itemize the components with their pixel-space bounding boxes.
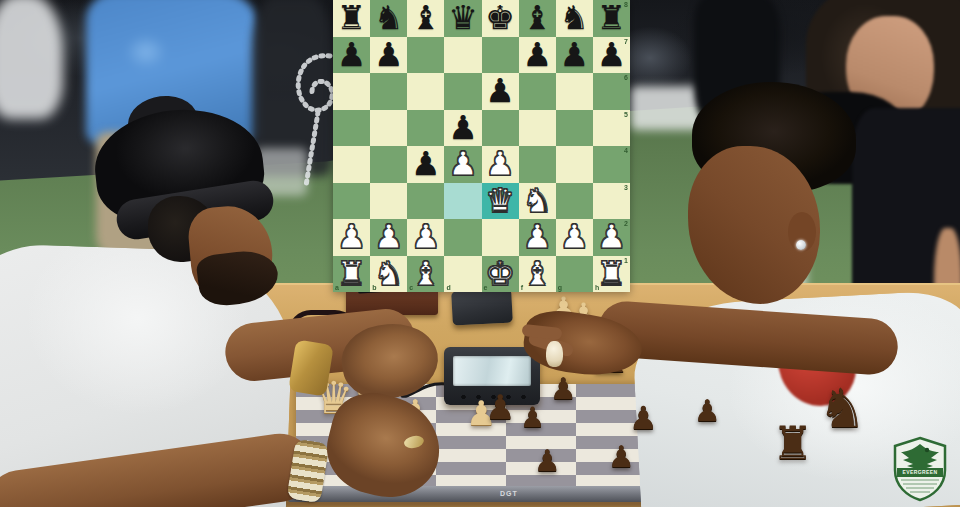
square-g4[interactable] [556, 146, 593, 183]
square-g1[interactable]: g [556, 256, 593, 293]
rank-label: 7 [624, 38, 628, 45]
square-a2[interactable]: ♟ [333, 219, 370, 256]
black-pawn: ♟ [448, 110, 478, 143]
square-h3[interactable]: 3 [593, 183, 630, 220]
square-d4[interactable]: ♟ [444, 146, 481, 183]
white-rook: ♜ [337, 256, 367, 289]
black-rook: ♜ [597, 1, 627, 34]
square-a1[interactable]: ♜a [333, 256, 370, 293]
square-e6[interactable]: ♟ [482, 73, 519, 110]
rank-label: 4 [624, 147, 628, 154]
square-b7[interactable]: ♟ [370, 37, 407, 74]
square-a3[interactable] [333, 183, 370, 220]
square-e2[interactable] [482, 219, 519, 256]
square-e3[interactable]: ♛ [482, 183, 519, 220]
white-pawn: ♟ [448, 147, 478, 180]
white-pawn: ♟ [597, 220, 627, 253]
square-a7[interactable]: ♟ [333, 37, 370, 74]
square-h4[interactable]: 4 [593, 146, 630, 183]
file-label: e [484, 284, 488, 291]
black-queen: ♛ [448, 1, 478, 34]
rank-label: 6 [624, 74, 628, 81]
square-g2[interactable]: ♟ [556, 219, 593, 256]
square-e4[interactable]: ♟ [482, 146, 519, 183]
black-knight: ♞ [560, 1, 590, 34]
square-c2[interactable]: ♟ [407, 219, 444, 256]
square-h6[interactable]: 6 [593, 73, 630, 110]
square-f5[interactable] [519, 110, 556, 147]
white-pawn: ♟ [411, 220, 441, 253]
square-a8[interactable]: ♜ [333, 0, 370, 37]
square-g3[interactable] [556, 183, 593, 220]
black-king: ♚ [485, 1, 515, 34]
dgt-brand-label: DGT [500, 490, 518, 497]
square-a4[interactable] [333, 146, 370, 183]
square-g8[interactable]: ♞ [556, 0, 593, 37]
file-label: a [335, 284, 339, 291]
file-label: b [372, 284, 376, 291]
black-knight: ♞ [374, 1, 404, 34]
square-b3[interactable] [370, 183, 407, 220]
held-captured-piece [546, 341, 563, 367]
square-h1[interactable]: ♜1h [593, 256, 630, 293]
square-f1[interactable]: ♝f [519, 256, 556, 293]
square-d7[interactable] [444, 37, 481, 74]
white-pawn: ♟ [560, 220, 590, 253]
white-king: ♚ [485, 256, 515, 289]
square-a6[interactable] [333, 73, 370, 110]
left-player-watch [288, 339, 334, 396]
file-label: c [409, 284, 413, 291]
file-label: f [521, 284, 523, 291]
square-b5[interactable] [370, 110, 407, 147]
square-e1[interactable]: ♚e [482, 256, 519, 293]
square-c8[interactable]: ♝ [407, 0, 444, 37]
square-a5[interactable] [333, 110, 370, 147]
square-d1[interactable]: d [444, 256, 481, 293]
square-g5[interactable] [556, 110, 593, 147]
square-h5[interactable]: 5 [593, 110, 630, 147]
square-c4[interactable]: ♟ [407, 146, 444, 183]
square-d2[interactable] [444, 219, 481, 256]
clock-screen [453, 356, 531, 386]
black-pawn: ♟ [485, 74, 515, 107]
square-f2[interactable]: ♟ [519, 219, 556, 256]
black-bishop: ♝ [411, 1, 441, 34]
square-c5[interactable] [407, 110, 444, 147]
white-pawn: ♟ [337, 220, 367, 253]
square-c1[interactable]: ♝c [407, 256, 444, 293]
square-h7[interactable]: ♟7 [593, 37, 630, 74]
white-queen: ♛ [485, 183, 515, 216]
square-d3[interactable] [444, 183, 481, 220]
clock-buttons [454, 391, 530, 399]
file-label: g [558, 284, 562, 291]
rank-label: 1 [624, 257, 628, 264]
black-pawn: ♟ [337, 37, 367, 70]
broadcast-frame: DGT ♛♚♟♟♟♟♟♟♝♟♟♟♜♞♟♟ [0, 0, 960, 507]
chess-clock [444, 347, 540, 405]
rank-label: 2 [624, 220, 628, 227]
right-player-earring [796, 240, 806, 250]
square-h2[interactable]: ♟2 [593, 219, 630, 256]
file-label: d [446, 284, 450, 291]
square-d6[interactable] [444, 73, 481, 110]
square-b2[interactable]: ♟ [370, 219, 407, 256]
square-e7[interactable] [482, 37, 519, 74]
square-e8[interactable]: ♚ [482, 0, 519, 37]
black-rook: ♜ [337, 1, 367, 34]
white-knight: ♞ [522, 183, 552, 216]
white-bishop: ♝ [411, 256, 441, 289]
square-f4[interactable] [519, 146, 556, 183]
square-b1[interactable]: ♞b [370, 256, 407, 293]
square-d8[interactable]: ♛ [444, 0, 481, 37]
overlay-chess-board: ♜♞♝♛♚♝♞♜8♟♟♟♟♟7♟6♟5♟♟♟4♛♞3♟♟♟♟♟♟2♜a♞b♝cd… [333, 0, 630, 292]
black-pawn: ♟ [374, 37, 404, 70]
crowd-white-figure [0, 0, 63, 119]
rank-label: 3 [624, 184, 628, 191]
square-b6[interactable] [370, 73, 407, 110]
square-f7[interactable]: ♟ [519, 37, 556, 74]
black-pawn: ♟ [560, 37, 590, 70]
black-pawn: ♟ [522, 37, 552, 70]
square-b4[interactable] [370, 146, 407, 183]
square-f3[interactable]: ♞ [519, 183, 556, 220]
white-pawn: ♟ [522, 220, 552, 253]
square-g6[interactable] [556, 73, 593, 110]
black-pawn: ♟ [597, 37, 627, 70]
black-pawn: ♟ [411, 147, 441, 180]
square-h8[interactable]: ♜8 [593, 0, 630, 37]
white-knight: ♞ [374, 256, 404, 289]
white-rook: ♜ [597, 256, 627, 289]
evergreen-badge-text: EVERGREEN [895, 469, 945, 475]
phone-on-stand [451, 288, 513, 325]
square-c6[interactable] [407, 73, 444, 110]
square-c3[interactable] [407, 183, 444, 220]
square-d5[interactable]: ♟ [444, 110, 481, 147]
black-bishop: ♝ [522, 1, 552, 34]
rank-label: 5 [624, 111, 628, 118]
rank-label: 8 [624, 1, 628, 8]
square-e5[interactable] [482, 110, 519, 147]
white-pawn: ♟ [485, 147, 515, 180]
file-label: h [595, 284, 599, 291]
square-b8[interactable]: ♞ [370, 0, 407, 37]
square-f8[interactable]: ♝ [519, 0, 556, 37]
white-bishop: ♝ [522, 256, 552, 289]
square-f6[interactable] [519, 73, 556, 110]
square-c7[interactable] [407, 37, 444, 74]
white-pawn: ♟ [374, 220, 404, 253]
evergreen-badge: EVERGREEN [889, 436, 951, 502]
square-g7[interactable]: ♟ [556, 37, 593, 74]
